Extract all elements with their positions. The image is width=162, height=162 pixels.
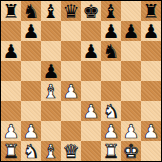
piece-black-pawn[interactable]: ♟: [22, 21, 39, 41]
piece-black-pawn[interactable]: ♟: [42, 61, 59, 81]
square-h5[interactable]: [141, 61, 161, 81]
piece-white-pawn[interactable]: ♟: [62, 81, 79, 101]
piece-black-knight[interactable]: ♞: [22, 1, 39, 21]
square-h1[interactable]: [141, 141, 161, 161]
square-b1[interactable]: ♞: [21, 141, 41, 161]
square-d7[interactable]: [61, 21, 81, 41]
piece-white-rook[interactable]: ♜: [102, 141, 119, 161]
piece-black-pawn[interactable]: ♟: [142, 21, 159, 41]
square-d6[interactable]: [61, 41, 81, 61]
square-e3[interactable]: ♟: [81, 101, 101, 121]
piece-black-knight[interactable]: ♞: [102, 41, 119, 61]
square-g4[interactable]: [121, 81, 141, 101]
piece-black-bishop[interactable]: ♝: [42, 1, 59, 21]
chess-board: ♜♞♝♛♚♝♜♟♟♟♟♟♟♞♟♝♟♟♞♟♟♟♟♟♜♞♝♛♜♚: [1, 1, 161, 161]
square-e5[interactable]: [81, 61, 101, 81]
square-e7[interactable]: [81, 21, 101, 41]
piece-white-knight[interactable]: ♞: [102, 101, 119, 121]
square-b7[interactable]: ♟: [21, 21, 41, 41]
square-f5[interactable]: [101, 61, 121, 81]
square-a7[interactable]: [1, 21, 21, 41]
square-g1[interactable]: ♚: [121, 141, 141, 161]
square-c7[interactable]: [41, 21, 61, 41]
square-e2[interactable]: [81, 121, 101, 141]
square-f1[interactable]: ♜: [101, 141, 121, 161]
square-a2[interactable]: ♟: [1, 121, 21, 141]
square-f7[interactable]: ♟: [101, 21, 121, 41]
square-g8[interactable]: [121, 1, 141, 21]
square-g6[interactable]: [121, 41, 141, 61]
piece-white-rook[interactable]: ♜: [2, 141, 19, 161]
square-e4[interactable]: [81, 81, 101, 101]
piece-white-bishop[interactable]: ♝: [42, 141, 59, 161]
piece-white-pawn[interactable]: ♟: [122, 121, 139, 141]
square-d2[interactable]: [61, 121, 81, 141]
square-c4[interactable]: ♝: [41, 81, 61, 101]
piece-white-queen[interactable]: ♛: [62, 141, 79, 161]
square-c3[interactable]: [41, 101, 61, 121]
square-a5[interactable]: [1, 61, 21, 81]
square-b5[interactable]: [21, 61, 41, 81]
square-a1[interactable]: ♜: [1, 141, 21, 161]
square-c6[interactable]: [41, 41, 61, 61]
square-d5[interactable]: [61, 61, 81, 81]
piece-white-pawn[interactable]: ♟: [22, 121, 39, 141]
square-a4[interactable]: [1, 81, 21, 101]
piece-white-pawn[interactable]: ♟: [2, 121, 19, 141]
piece-black-queen[interactable]: ♛: [62, 1, 79, 21]
square-h3[interactable]: [141, 101, 161, 121]
square-d1[interactable]: ♛: [61, 141, 81, 161]
piece-black-bishop[interactable]: ♝: [102, 1, 119, 21]
square-g7[interactable]: ♟: [121, 21, 141, 41]
chess-board-frame: ♜♞♝♛♚♝♜♟♟♟♟♟♟♞♟♝♟♟♞♟♟♟♟♟♜♞♝♛♜♚: [0, 0, 162, 162]
square-f8[interactable]: ♝: [101, 1, 121, 21]
square-f4[interactable]: [101, 81, 121, 101]
piece-black-pawn[interactable]: ♟: [102, 21, 119, 41]
square-b8[interactable]: ♞: [21, 1, 41, 21]
piece-black-king[interactable]: ♚: [82, 1, 99, 21]
square-h7[interactable]: ♟: [141, 21, 161, 41]
square-b3[interactable]: [21, 101, 41, 121]
square-e8[interactable]: ♚: [81, 1, 101, 21]
square-g5[interactable]: [121, 61, 141, 81]
square-a6[interactable]: ♟: [1, 41, 21, 61]
square-h4[interactable]: [141, 81, 161, 101]
square-h8[interactable]: ♜: [141, 1, 161, 21]
square-e1[interactable]: [81, 141, 101, 161]
square-h6[interactable]: [141, 41, 161, 61]
piece-white-pawn[interactable]: ♟: [82, 101, 99, 121]
square-c8[interactable]: ♝: [41, 1, 61, 21]
piece-white-pawn[interactable]: ♟: [142, 121, 159, 141]
square-e6[interactable]: ♟: [81, 41, 101, 61]
piece-white-knight[interactable]: ♞: [22, 141, 39, 161]
piece-black-pawn[interactable]: ♟: [122, 21, 139, 41]
square-c1[interactable]: ♝: [41, 141, 61, 161]
piece-black-pawn[interactable]: ♟: [82, 41, 99, 61]
piece-white-bishop[interactable]: ♝: [42, 81, 59, 101]
square-g3[interactable]: [121, 101, 141, 121]
square-d3[interactable]: [61, 101, 81, 121]
square-h2[interactable]: ♟: [141, 121, 161, 141]
piece-white-king[interactable]: ♚: [122, 141, 139, 161]
piece-white-pawn[interactable]: ♟: [102, 121, 119, 141]
square-d4[interactable]: ♟: [61, 81, 81, 101]
square-b6[interactable]: [21, 41, 41, 61]
square-f2[interactable]: ♟: [101, 121, 121, 141]
square-c5[interactable]: ♟: [41, 61, 61, 81]
square-c2[interactable]: [41, 121, 61, 141]
piece-black-pawn[interactable]: ♟: [2, 41, 19, 61]
piece-black-rook[interactable]: ♜: [2, 1, 19, 21]
square-f6[interactable]: ♞: [101, 41, 121, 61]
square-b4[interactable]: [21, 81, 41, 101]
square-g2[interactable]: ♟: [121, 121, 141, 141]
piece-black-rook[interactable]: ♜: [142, 1, 159, 21]
square-a3[interactable]: [1, 101, 21, 121]
square-d8[interactable]: ♛: [61, 1, 81, 21]
square-f3[interactable]: ♞: [101, 101, 121, 121]
square-b2[interactable]: ♟: [21, 121, 41, 141]
square-a8[interactable]: ♜: [1, 1, 21, 21]
